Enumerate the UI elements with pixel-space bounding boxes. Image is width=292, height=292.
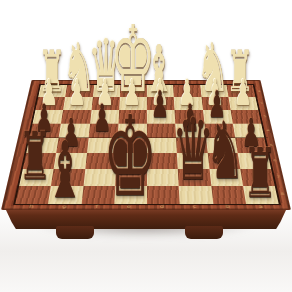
rank-label: 8 <box>280 192 284 195</box>
board-foot-left <box>56 226 94 239</box>
rank-label: 4 <box>266 129 270 132</box>
file-label: c <box>193 205 197 209</box>
dark-knight[interactable]: ♞ <box>206 112 245 191</box>
dark-king[interactable]: ♚ <box>102 102 157 213</box>
rank-label: 7 <box>276 175 280 178</box>
file-label: h <box>29 205 34 209</box>
rank-label: 1 <box>257 90 261 92</box>
pieces-layer: ♜♞♛♚♝♞♜♟♟♟♟♟♟♟♟♟♟♟♟♟♟♟♜♛♞♝♚♜ <box>0 0 292 292</box>
chess-set-product-photo: hgfedcba 12345678 ♜♞♛♚♝♞♜♟♟♟♟♟♟♟♟♟♟♟♟♟♟♟… <box>0 0 292 292</box>
dark-bishop[interactable]: ♝ <box>45 131 84 209</box>
file-label: f <box>95 205 98 209</box>
file-label: b <box>225 205 230 209</box>
rank-label: 2 <box>260 102 264 104</box>
dark-rook[interactable]: ♜ <box>243 139 277 207</box>
board-foot-right <box>185 226 223 239</box>
white-pawn[interactable]: ♟ <box>68 75 86 111</box>
rank-label: 3 <box>263 115 267 117</box>
file-label: d <box>160 205 165 209</box>
